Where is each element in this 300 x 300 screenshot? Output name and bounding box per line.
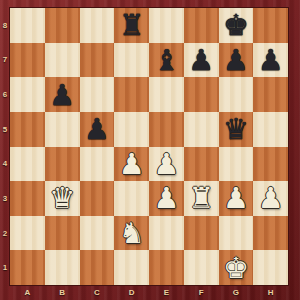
square-c2[interactable] [80, 216, 115, 251]
piece-white-pawn[interactable]: ♟ [119, 147, 145, 181]
square-h3[interactable]: ♟ [253, 181, 288, 216]
square-f8[interactable] [184, 8, 219, 43]
square-h1[interactable] [253, 250, 288, 285]
rank-label-7: 7 [0, 43, 10, 78]
square-g1[interactable]: ♚ [219, 250, 254, 285]
file-labels: ABCDEFGH [10, 285, 288, 300]
square-g7[interactable]: ♟ [219, 43, 254, 78]
square-a7[interactable] [10, 43, 45, 78]
square-h8[interactable] [253, 8, 288, 43]
piece-white-queen[interactable]: ♛ [49, 181, 75, 215]
square-d4[interactable]: ♟ [114, 147, 149, 182]
square-f4[interactable] [184, 147, 219, 182]
file-label-c: C [80, 285, 115, 300]
file-label-d: D [114, 285, 149, 300]
square-h2[interactable] [253, 216, 288, 251]
piece-white-pawn[interactable]: ♟ [223, 181, 249, 215]
square-f2[interactable] [184, 216, 219, 251]
square-d8[interactable]: ♜ [114, 8, 149, 43]
square-b2[interactable] [45, 216, 80, 251]
square-a8[interactable] [10, 8, 45, 43]
square-c6[interactable] [80, 77, 115, 112]
square-d5[interactable] [114, 112, 149, 147]
piece-white-knight[interactable]: ♞ [119, 216, 145, 250]
square-b8[interactable] [45, 8, 80, 43]
square-c1[interactable] [80, 250, 115, 285]
piece-black-bishop[interactable]: ♝ [153, 43, 179, 77]
square-c3[interactable] [80, 181, 115, 216]
square-g3[interactable]: ♟ [219, 181, 254, 216]
square-c7[interactable] [80, 43, 115, 78]
piece-black-pawn[interactable]: ♟ [84, 112, 110, 146]
square-b6[interactable]: ♟ [45, 77, 80, 112]
square-c4[interactable] [80, 147, 115, 182]
square-e6[interactable] [149, 77, 184, 112]
piece-white-pawn[interactable]: ♟ [153, 181, 179, 215]
rank-label-8: 8 [0, 8, 10, 43]
square-f3[interactable]: ♜ [184, 181, 219, 216]
chess-diagram: 87654321 ABCDEFGH ♜♚♝♟♟♟♟♟♛♟♟♛♟♜♟♟♞♚ [0, 0, 300, 300]
square-h5[interactable] [253, 112, 288, 147]
square-h7[interactable]: ♟ [253, 43, 288, 78]
square-e8[interactable] [149, 8, 184, 43]
square-e3[interactable]: ♟ [149, 181, 184, 216]
square-a3[interactable] [10, 181, 45, 216]
square-e1[interactable] [149, 250, 184, 285]
piece-white-rook[interactable]: ♜ [188, 181, 214, 215]
square-d2[interactable]: ♞ [114, 216, 149, 251]
chess-board: ♜♚♝♟♟♟♟♟♛♟♟♛♟♜♟♟♞♚ [10, 8, 288, 285]
square-g8[interactable]: ♚ [219, 8, 254, 43]
square-f7[interactable]: ♟ [184, 43, 219, 78]
file-label-b: B [45, 285, 80, 300]
piece-black-pawn[interactable]: ♟ [188, 43, 214, 77]
file-label-g: G [219, 285, 254, 300]
rank-label-3: 3 [0, 181, 10, 216]
rank-label-4: 4 [0, 147, 10, 182]
square-f1[interactable] [184, 250, 219, 285]
square-e4[interactable]: ♟ [149, 147, 184, 182]
square-b4[interactable] [45, 147, 80, 182]
square-h4[interactable] [253, 147, 288, 182]
square-a4[interactable] [10, 147, 45, 182]
square-e5[interactable] [149, 112, 184, 147]
piece-white-king[interactable]: ♚ [223, 251, 249, 285]
square-f6[interactable] [184, 77, 219, 112]
square-b1[interactable] [45, 250, 80, 285]
piece-black-pawn[interactable]: ♟ [49, 78, 75, 112]
square-d3[interactable] [114, 181, 149, 216]
square-a6[interactable] [10, 77, 45, 112]
square-c8[interactable] [80, 8, 115, 43]
file-label-h: H [253, 285, 288, 300]
rank-label-1: 1 [0, 250, 10, 285]
piece-black-king[interactable]: ♚ [223, 8, 249, 42]
square-d7[interactable] [114, 43, 149, 78]
square-g5[interactable]: ♛ [219, 112, 254, 147]
square-d1[interactable] [114, 250, 149, 285]
piece-black-pawn[interactable]: ♟ [223, 43, 249, 77]
piece-black-pawn[interactable]: ♟ [258, 43, 284, 77]
square-g4[interactable] [219, 147, 254, 182]
piece-white-pawn[interactable]: ♟ [258, 181, 284, 215]
file-label-f: F [184, 285, 219, 300]
piece-black-rook[interactable]: ♜ [119, 8, 145, 42]
piece-white-pawn[interactable]: ♟ [153, 147, 179, 181]
square-e2[interactable] [149, 216, 184, 251]
square-a5[interactable] [10, 112, 45, 147]
square-d6[interactable] [114, 77, 149, 112]
rank-labels: 87654321 [0, 8, 10, 285]
square-f5[interactable] [184, 112, 219, 147]
file-label-a: A [10, 285, 45, 300]
square-b7[interactable] [45, 43, 80, 78]
rank-label-5: 5 [0, 112, 10, 147]
rank-label-2: 2 [0, 216, 10, 251]
square-e7[interactable]: ♝ [149, 43, 184, 78]
rank-label-6: 6 [0, 77, 10, 112]
square-c5[interactable]: ♟ [80, 112, 115, 147]
square-b5[interactable] [45, 112, 80, 147]
square-h6[interactable] [253, 77, 288, 112]
square-g6[interactable] [219, 77, 254, 112]
square-a1[interactable] [10, 250, 45, 285]
square-a2[interactable] [10, 216, 45, 251]
square-b3[interactable]: ♛ [45, 181, 80, 216]
piece-black-queen[interactable]: ♛ [223, 112, 249, 146]
file-label-e: E [149, 285, 184, 300]
square-g2[interactable] [219, 216, 254, 251]
